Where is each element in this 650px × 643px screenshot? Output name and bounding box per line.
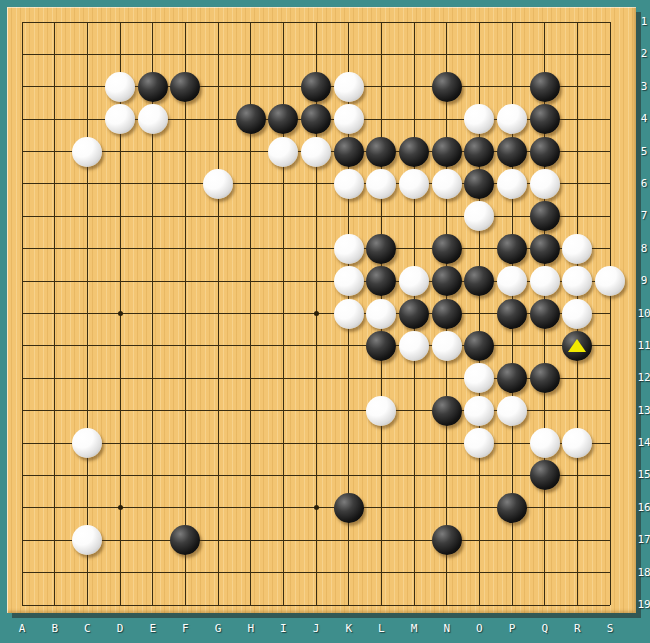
- black-stone[interactable]: [432, 72, 462, 102]
- white-stone[interactable]: [562, 428, 592, 458]
- black-stone[interactable]: [366, 137, 396, 167]
- white-stone[interactable]: [138, 104, 168, 134]
- black-stone[interactable]: [530, 72, 560, 102]
- white-stone[interactable]: [464, 201, 494, 231]
- black-stone[interactable]: [464, 137, 494, 167]
- row-label: 7: [634, 209, 650, 223]
- grid-line-horizontal: [22, 475, 610, 476]
- white-stone[interactable]: [497, 266, 527, 296]
- white-stone[interactable]: [399, 331, 429, 361]
- white-stone[interactable]: [530, 428, 560, 458]
- black-stone[interactable]: [366, 234, 396, 264]
- white-stone[interactable]: [334, 299, 364, 329]
- row-label: 10: [634, 307, 650, 321]
- white-stone[interactable]: [334, 234, 364, 264]
- black-stone[interactable]: [464, 331, 494, 361]
- black-stone[interactable]: [432, 234, 462, 264]
- column-label: N: [437, 622, 457, 636]
- white-stone[interactable]: [530, 169, 560, 199]
- white-stone[interactable]: [399, 266, 429, 296]
- black-stone[interactable]: [432, 396, 462, 426]
- black-stone[interactable]: [334, 493, 364, 523]
- row-label: 18: [634, 566, 650, 580]
- star-point: [118, 505, 123, 510]
- black-stone[interactable]: [497, 363, 527, 393]
- white-stone[interactable]: [562, 266, 592, 296]
- white-stone[interactable]: [334, 169, 364, 199]
- white-stone[interactable]: [105, 72, 135, 102]
- column-label: I: [273, 622, 293, 636]
- column-label: D: [110, 622, 130, 636]
- row-label: 17: [634, 533, 650, 547]
- white-stone[interactable]: [595, 266, 625, 296]
- black-stone[interactable]: [170, 525, 200, 555]
- black-stone[interactable]: [464, 169, 494, 199]
- go-board[interactable]: [7, 7, 636, 613]
- black-stone[interactable]: [236, 104, 266, 134]
- row-label: 8: [634, 242, 650, 256]
- column-label: P: [502, 622, 522, 636]
- column-label: Q: [535, 622, 555, 636]
- column-label: K: [339, 622, 359, 636]
- column-label: F: [175, 622, 195, 636]
- black-stone[interactable]: [432, 525, 462, 555]
- grid-line-horizontal: [22, 443, 610, 444]
- star-point: [314, 505, 319, 510]
- black-stone[interactable]: [366, 331, 396, 361]
- black-stone[interactable]: [530, 137, 560, 167]
- column-label: J: [306, 622, 326, 636]
- row-label: 15: [634, 468, 650, 482]
- column-label: O: [469, 622, 489, 636]
- white-stone[interactable]: [432, 331, 462, 361]
- white-stone[interactable]: [72, 137, 102, 167]
- black-stone[interactable]: [334, 137, 364, 167]
- black-stone[interactable]: [399, 299, 429, 329]
- black-stone[interactable]: [432, 299, 462, 329]
- column-label: L: [371, 622, 391, 636]
- grid-line-horizontal: [22, 540, 610, 541]
- row-label: 11: [634, 339, 650, 353]
- row-label: 9: [634, 274, 650, 288]
- white-stone[interactable]: [497, 169, 527, 199]
- column-label: M: [404, 622, 424, 636]
- triangle-marker-icon: [568, 339, 586, 352]
- black-stone[interactable]: [497, 493, 527, 523]
- grid-line-horizontal: [22, 345, 610, 346]
- white-stone[interactable]: [497, 396, 527, 426]
- column-label: S: [600, 622, 620, 636]
- column-label: E: [143, 622, 163, 636]
- white-stone[interactable]: [464, 428, 494, 458]
- white-stone[interactable]: [366, 396, 396, 426]
- white-stone[interactable]: [432, 169, 462, 199]
- black-stone[interactable]: [432, 137, 462, 167]
- row-label: 16: [634, 501, 650, 515]
- star-point: [314, 311, 319, 316]
- row-label: 13: [634, 404, 650, 418]
- white-stone[interactable]: [399, 169, 429, 199]
- white-stone[interactable]: [562, 234, 592, 264]
- white-stone[interactable]: [366, 299, 396, 329]
- row-label: 19: [634, 598, 650, 612]
- black-stone[interactable]: [562, 331, 592, 361]
- black-stone[interactable]: [138, 72, 168, 102]
- black-stone[interactable]: [170, 72, 200, 102]
- black-stone[interactable]: [497, 234, 527, 264]
- row-label: 12: [634, 371, 650, 385]
- black-stone[interactable]: [530, 201, 560, 231]
- black-stone[interactable]: [530, 299, 560, 329]
- row-label: 14: [634, 436, 650, 450]
- row-label: 1: [634, 15, 650, 29]
- white-stone[interactable]: [562, 299, 592, 329]
- white-stone[interactable]: [105, 104, 135, 134]
- column-label: R: [567, 622, 587, 636]
- black-stone[interactable]: [399, 137, 429, 167]
- white-stone[interactable]: [464, 104, 494, 134]
- black-stone[interactable]: [497, 137, 527, 167]
- black-stone[interactable]: [432, 266, 462, 296]
- column-label: B: [45, 622, 65, 636]
- grid-line-horizontal: [22, 605, 610, 606]
- white-stone[interactable]: [366, 169, 396, 199]
- grid-line-horizontal: [22, 572, 610, 573]
- column-label: G: [208, 622, 228, 636]
- white-stone[interactable]: [497, 104, 527, 134]
- star-point: [118, 311, 123, 316]
- black-stone[interactable]: [530, 234, 560, 264]
- row-label: 2: [634, 47, 650, 61]
- black-stone[interactable]: [268, 104, 298, 134]
- column-label: H: [241, 622, 261, 636]
- white-stone[interactable]: [203, 169, 233, 199]
- white-stone[interactable]: [72, 428, 102, 458]
- black-stone[interactable]: [464, 266, 494, 296]
- row-label: 6: [634, 177, 650, 191]
- black-stone[interactable]: [530, 460, 560, 490]
- black-stone[interactable]: [530, 363, 560, 393]
- row-label: 5: [634, 145, 650, 159]
- white-stone[interactable]: [334, 266, 364, 296]
- black-stone[interactable]: [301, 72, 331, 102]
- white-stone[interactable]: [530, 266, 560, 296]
- black-stone[interactable]: [301, 104, 331, 134]
- white-stone[interactable]: [334, 72, 364, 102]
- column-label: A: [12, 622, 32, 636]
- column-label: C: [77, 622, 97, 636]
- white-stone[interactable]: [334, 104, 364, 134]
- white-stone[interactable]: [301, 137, 331, 167]
- grid-line-vertical: [610, 22, 611, 605]
- black-stone[interactable]: [366, 266, 396, 296]
- white-stone[interactable]: [72, 525, 102, 555]
- white-stone[interactable]: [464, 363, 494, 393]
- black-stone[interactable]: [497, 299, 527, 329]
- black-stone[interactable]: [530, 104, 560, 134]
- row-label: 4: [634, 112, 650, 126]
- go-game-screen: ABCDEFGHIJKLMNOPQRS 12345678910111213141…: [0, 0, 650, 643]
- white-stone[interactable]: [268, 137, 298, 167]
- white-stone[interactable]: [464, 396, 494, 426]
- row-label: 3: [634, 80, 650, 94]
